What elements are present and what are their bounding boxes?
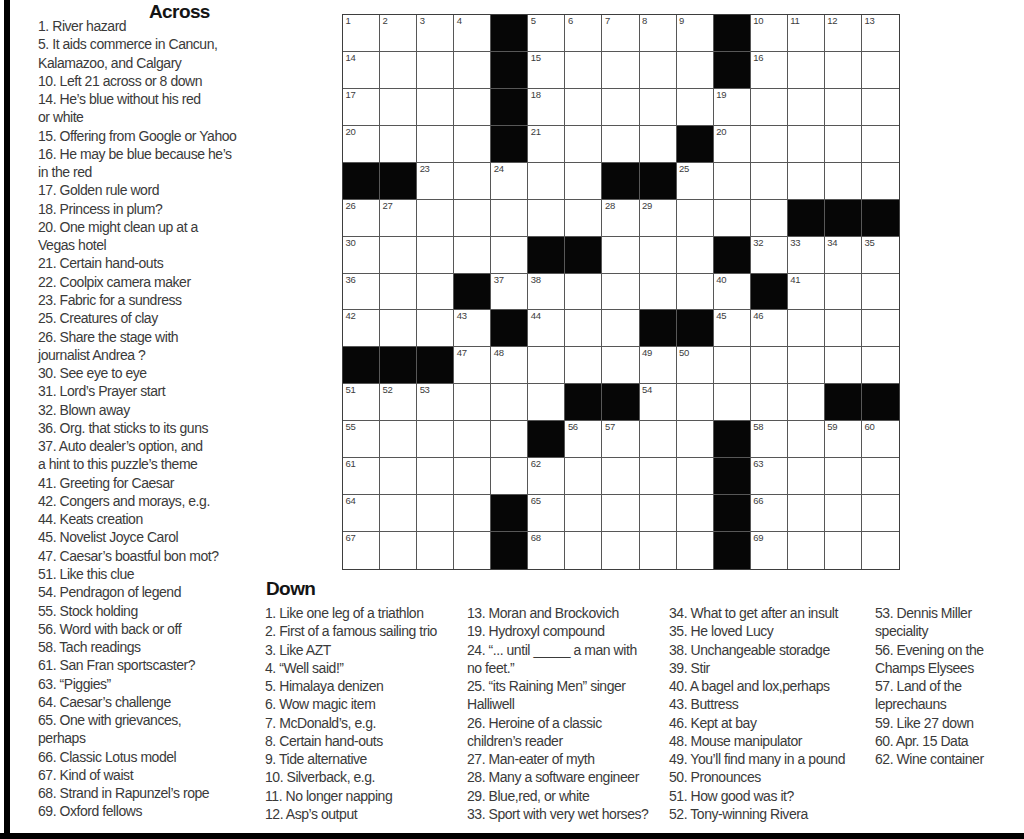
grid-cell[interactable] [825, 89, 862, 126]
grid-cell[interactable]: 21 [528, 126, 565, 163]
grid-cell-black [528, 421, 565, 458]
clue-line: 38. Unchangeable storadge [669, 641, 845, 659]
grid-cell[interactable]: 42 [343, 310, 380, 347]
clue-line: Vegas hotel [38, 236, 236, 254]
left-border-bar [4, 0, 10, 839]
grid-cell[interactable] [640, 237, 677, 274]
cell-number: 6 [568, 16, 573, 26]
grid-cell[interactable]: 11 [788, 15, 825, 52]
grid-cell[interactable]: 64 [343, 495, 380, 532]
grid-cell-black [491, 15, 528, 52]
grid-cell[interactable]: 27 [380, 200, 417, 237]
grid-cell[interactable]: 65 [528, 495, 565, 532]
clue-line: 56. Word with back or off [38, 620, 236, 638]
clue-line: 26. Heroine of a classic [467, 714, 648, 732]
grid-cell[interactable] [491, 237, 528, 274]
grid-cell[interactable]: 26 [343, 200, 380, 237]
grid-cell[interactable] [380, 421, 417, 458]
grid-cell[interactable] [862, 310, 899, 347]
clue-line: 21. Certain hand-outs [38, 254, 236, 272]
grid-cell[interactable] [565, 126, 602, 163]
grid-cell-black [380, 347, 417, 384]
clue-line: 34. What to get after an insult [669, 604, 845, 622]
grid-cell[interactable]: 34 [825, 237, 862, 274]
grid-cell[interactable] [862, 163, 899, 200]
grid-cell[interactable] [602, 52, 639, 89]
clue-line: 1. River hazard [38, 17, 236, 35]
grid-cell[interactable] [640, 458, 677, 495]
grid-cell[interactable] [714, 200, 751, 237]
cell-number: 59 [827, 422, 837, 432]
grid-cell[interactable] [862, 89, 899, 126]
grid-cell[interactable]: 60 [862, 421, 899, 458]
grid-cell[interactable] [714, 347, 751, 384]
grid-cell[interactable]: 46 [751, 310, 788, 347]
grid-cell[interactable]: 16 [751, 52, 788, 89]
grid-cell[interactable] [825, 52, 862, 89]
cell-number: 16 [753, 53, 763, 63]
grid-cell[interactable]: 20 [343, 126, 380, 163]
grid-cell[interactable] [862, 274, 899, 311]
grid-cell[interactable] [454, 52, 491, 89]
grid-cell[interactable] [788, 126, 825, 163]
grid-cell[interactable] [677, 200, 714, 237]
grid-cell[interactable] [454, 163, 491, 200]
grid-cell[interactable]: 32 [751, 237, 788, 274]
grid-cell[interactable] [862, 126, 899, 163]
cell-number: 19 [716, 90, 726, 100]
grid-cell[interactable]: 28 [602, 200, 639, 237]
grid-cell[interactable] [862, 532, 899, 569]
grid-cell-black [640, 163, 677, 200]
grid-cell[interactable]: 18 [528, 89, 565, 126]
grid-cell[interactable] [640, 89, 677, 126]
grid-cell[interactable]: 54 [640, 384, 677, 421]
grid-cell[interactable] [528, 384, 565, 421]
grid-cell[interactable]: 43 [454, 310, 491, 347]
clue-line: journalist Andrea ? [38, 346, 236, 364]
clue-line: 10. Left 21 across or 8 down [38, 72, 236, 90]
grid-cell[interactable] [825, 347, 862, 384]
grid-cell[interactable] [751, 126, 788, 163]
grid-cell[interactable]: 35 [862, 237, 899, 274]
grid-cell[interactable] [417, 274, 454, 311]
grid-cell[interactable] [788, 52, 825, 89]
grid-cell[interactable] [417, 310, 454, 347]
clue-line: 68. Strand in Rapunzel’s rope [38, 784, 236, 802]
clue-line: 60. Apr. 15 Data [875, 732, 984, 750]
grid-cell[interactable]: 45 [714, 310, 751, 347]
grid-cell[interactable] [380, 274, 417, 311]
grid-cell[interactable] [751, 347, 788, 384]
grid-cell[interactable]: 55 [343, 421, 380, 458]
clue-line: 57. Land of the [875, 677, 984, 695]
cell-number: 44 [531, 311, 541, 321]
cell-number: 2 [383, 16, 388, 26]
cell-number: 57 [605, 422, 615, 432]
grid-cell[interactable] [417, 126, 454, 163]
grid-cell[interactable] [380, 458, 417, 495]
grid-cell[interactable] [528, 347, 565, 384]
cell-number: 38 [531, 275, 541, 285]
grid-cell[interactable]: 17 [343, 89, 380, 126]
grid-cell[interactable] [825, 532, 862, 569]
grid-cell[interactable] [417, 458, 454, 495]
grid-cell[interactable] [602, 532, 639, 569]
grid-cell[interactable]: 13 [862, 15, 899, 52]
grid-cell[interactable] [380, 237, 417, 274]
grid-cell[interactable]: 58 [751, 421, 788, 458]
grid-cell[interactable] [788, 310, 825, 347]
cell-number: 13 [864, 16, 874, 26]
grid-cell[interactable] [454, 384, 491, 421]
grid-cell[interactable] [677, 52, 714, 89]
grid-cell[interactable]: 50 [677, 347, 714, 384]
grid-cell[interactable] [417, 532, 454, 569]
clue-line: 65. One with grievances, [38, 711, 236, 729]
grid-cell[interactable]: 1 [343, 15, 380, 52]
grid-cell[interactable]: 69 [751, 532, 788, 569]
cell-number: 3 [420, 16, 425, 26]
grid-cell[interactable]: 10 [751, 15, 788, 52]
grid-cell[interactable]: 20 [714, 126, 751, 163]
clue-line: 24. “... until _____ a man with [467, 641, 648, 659]
grid-cell[interactable] [677, 237, 714, 274]
clue-line: 7. McDonald’s, e.g. [265, 714, 437, 732]
grid-cell[interactable] [380, 126, 417, 163]
cell-number: 28 [605, 201, 615, 211]
cell-number: 58 [753, 422, 763, 432]
grid-cell[interactable] [862, 347, 899, 384]
clue-line: perhaps [38, 729, 236, 747]
clue-line: 47. Caesar’s boastful bon mot? [38, 547, 236, 565]
grid-cell-black [751, 274, 788, 311]
grid-cell[interactable] [751, 163, 788, 200]
grid-cell[interactable] [417, 89, 454, 126]
grid-cell[interactable] [677, 274, 714, 311]
grid-cell[interactable]: 7 [602, 15, 639, 52]
clue-line: Halliwell [467, 695, 648, 713]
grid-cell[interactable] [417, 200, 454, 237]
grid-cell[interactable]: 63 [751, 458, 788, 495]
grid-cell[interactable] [417, 52, 454, 89]
grid-cell[interactable] [602, 458, 639, 495]
grid-cell[interactable]: 9 [677, 15, 714, 52]
grid-cell[interactable]: 3 [417, 15, 454, 52]
grid-cell[interactable] [862, 52, 899, 89]
grid-cell[interactable]: 59 [825, 421, 862, 458]
clue-line: 25. Creatures of clay [38, 309, 236, 327]
grid-cell[interactable] [677, 532, 714, 569]
grid-cell[interactable] [417, 495, 454, 532]
grid-cell[interactable]: 33 [788, 237, 825, 274]
grid-cell-black [491, 495, 528, 532]
grid-cell[interactable]: 49 [640, 347, 677, 384]
grid-cell-black [677, 310, 714, 347]
grid-cell-black [380, 163, 417, 200]
grid-cell[interactable]: 67 [343, 532, 380, 569]
grid-cell-black [714, 458, 751, 495]
clue-line: 32. Blown away [38, 401, 236, 419]
grid-cell[interactable]: 12 [825, 15, 862, 52]
cell-number: 64 [346, 496, 356, 506]
grid-cell[interactable] [380, 495, 417, 532]
grid-cell[interactable] [454, 89, 491, 126]
grid-cell[interactable] [454, 237, 491, 274]
cell-number: 21 [531, 127, 541, 137]
grid-cell[interactable] [417, 237, 454, 274]
grid-cell[interactable] [491, 458, 528, 495]
cell-number: 43 [457, 311, 467, 321]
grid-cell[interactable]: 61 [343, 458, 380, 495]
cell-number: 8 [642, 16, 647, 26]
grid-cell[interactable]: 23 [417, 163, 454, 200]
clue-line: 58. Tach readings [38, 638, 236, 656]
grid-cell[interactable] [602, 274, 639, 311]
grid-cell[interactable]: 30 [343, 237, 380, 274]
grid-cell[interactable] [380, 89, 417, 126]
grid-cell[interactable]: 29 [640, 200, 677, 237]
clue-line: 49. You’ll find many in a pound [669, 750, 845, 768]
grid-cell[interactable] [602, 126, 639, 163]
clue-line: 42. Congers and morays, e.g. [38, 492, 236, 510]
grid-cell[interactable] [640, 532, 677, 569]
cell-number: 27 [383, 201, 393, 211]
clue-line: 30. See eye to eye [38, 364, 236, 382]
cell-number: 20 [346, 127, 356, 137]
grid-cell[interactable] [417, 421, 454, 458]
grid-cell[interactable] [640, 126, 677, 163]
grid-cell[interactable] [788, 495, 825, 532]
grid-cell[interactable] [565, 163, 602, 200]
grid-cell[interactable]: 38 [528, 274, 565, 311]
clue-line: 52. Tony-winning Rivera [669, 805, 845, 823]
clue-line: 56. Evening on the [875, 641, 984, 659]
clue-line: 25. “its Raining Men” singer [467, 677, 648, 695]
grid-cell[interactable] [677, 421, 714, 458]
grid-cell[interactable] [788, 532, 825, 569]
grid-cell[interactable]: 5 [528, 15, 565, 52]
grid-cell-black [862, 200, 899, 237]
grid-cell[interactable] [565, 52, 602, 89]
grid-cell[interactable] [602, 347, 639, 384]
cell-number: 69 [753, 533, 763, 543]
grid-cell[interactable] [565, 310, 602, 347]
clue-line: 10. Silverback, e.g. [265, 768, 437, 786]
clue-line: a hint to this puzzle’s theme [38, 455, 236, 473]
grid-cell[interactable]: 68 [528, 532, 565, 569]
cell-number: 35 [864, 238, 874, 248]
grid-cell[interactable]: 14 [343, 52, 380, 89]
grid-cell[interactable] [454, 421, 491, 458]
clue-line: 5. Himalaya denizen [265, 677, 437, 695]
grid-cell[interactable]: 57 [602, 421, 639, 458]
grid-cell-black [417, 347, 454, 384]
grid-cell[interactable] [565, 89, 602, 126]
grid-cell[interactable] [454, 126, 491, 163]
grid-cell[interactable]: 24 [491, 163, 528, 200]
clue-line: 50. Pronounces [669, 768, 845, 786]
grid-cell[interactable] [862, 495, 899, 532]
grid-cell[interactable] [491, 384, 528, 421]
grid-cell[interactable]: 2 [380, 15, 417, 52]
grid-cell[interactable] [602, 495, 639, 532]
grid-cell[interactable] [380, 52, 417, 89]
grid-cell-black [343, 163, 380, 200]
grid-cell[interactable] [751, 384, 788, 421]
cell-number: 18 [531, 90, 541, 100]
grid-cell[interactable] [602, 237, 639, 274]
clue-line: 67. Kind of waist [38, 766, 236, 784]
grid-cell[interactable] [788, 163, 825, 200]
down-clue-column-3: 34. What to get after an insult35. He lo… [669, 604, 845, 823]
grid-cell[interactable] [788, 347, 825, 384]
grid-cell[interactable] [491, 421, 528, 458]
grid-cell[interactable]: 47 [454, 347, 491, 384]
grid-cell[interactable] [714, 384, 751, 421]
grid-cell[interactable]: 44 [528, 310, 565, 347]
grid-cell[interactable] [825, 458, 862, 495]
grid-cell-black [602, 384, 639, 421]
cell-number: 66 [753, 496, 763, 506]
grid-cell[interactable] [788, 89, 825, 126]
clue-line: 13. Moran and Brockovich [467, 604, 648, 622]
grid-cell[interactable]: 36 [343, 274, 380, 311]
grid-cell[interactable] [380, 532, 417, 569]
grid-cell[interactable] [528, 163, 565, 200]
grid-cell[interactable] [677, 384, 714, 421]
grid-cell[interactable] [565, 532, 602, 569]
grid-cell[interactable]: 4 [454, 15, 491, 52]
cell-number: 17 [346, 90, 356, 100]
clue-line: 5. It aids commerce in Cancun, [38, 35, 236, 53]
grid-cell[interactable] [565, 274, 602, 311]
clue-line: 8. Certain hand-outs [265, 732, 437, 750]
crossword-grid: 1234567891011121314151617181920212023242… [342, 14, 900, 570]
grid-cell[interactable]: 15 [528, 52, 565, 89]
grid-cell[interactable] [677, 458, 714, 495]
down-clue-column-4: 53. Dennis Millerspeciality56. Evening o… [875, 604, 984, 768]
grid-cell[interactable] [602, 89, 639, 126]
cell-number: 56 [568, 422, 578, 432]
clue-line: 40. A bagel and lox,perhaps [669, 677, 845, 695]
grid-cell[interactable] [788, 421, 825, 458]
grid-cell[interactable] [751, 89, 788, 126]
grid-cell[interactable] [788, 458, 825, 495]
grid-cell[interactable] [565, 200, 602, 237]
cell-number: 24 [494, 164, 504, 174]
grid-cell[interactable] [454, 495, 491, 532]
cell-number: 26 [346, 201, 356, 211]
clue-line: 51. How good was it? [669, 787, 845, 805]
grid-cell[interactable] [565, 495, 602, 532]
grid-cell[interactable] [640, 274, 677, 311]
cell-number: 47 [457, 348, 467, 358]
grid-cell[interactable] [380, 310, 417, 347]
grid-cell[interactable] [825, 495, 862, 532]
grid-cell[interactable] [528, 200, 565, 237]
grid-cell-black [714, 532, 751, 569]
grid-cell[interactable]: 56 [565, 421, 602, 458]
grid-cell[interactable]: 37 [491, 274, 528, 311]
cell-number: 40 [716, 275, 726, 285]
clue-line: 33. Sport with very wet horses? [467, 805, 648, 823]
cell-number: 15 [531, 53, 541, 63]
grid-cell-black [788, 200, 825, 237]
cell-number: 67 [346, 533, 356, 543]
grid-cell[interactable]: 62 [528, 458, 565, 495]
grid-cell[interactable]: 8 [640, 15, 677, 52]
clue-line: 35. He loved Lucy [669, 622, 845, 640]
grid-cell[interactable]: 25 [677, 163, 714, 200]
grid-cell[interactable]: 53 [417, 384, 454, 421]
clue-line: 22. Coolpix camera maker [38, 273, 236, 291]
cell-number: 42 [346, 311, 356, 321]
grid-cell[interactable]: 19 [714, 89, 751, 126]
clue-line: 41. Greeting for Caesar [38, 474, 236, 492]
grid-cell-black [714, 52, 751, 89]
grid-cell[interactable] [825, 274, 862, 311]
grid-cell[interactable] [677, 495, 714, 532]
grid-cell[interactable] [640, 52, 677, 89]
across-clue-list: 1. River hazard5. It aids commerce in Ca… [38, 17, 236, 821]
grid-cell[interactable]: 41 [788, 274, 825, 311]
grid-cell-black [491, 310, 528, 347]
grid-cell[interactable] [454, 200, 491, 237]
cell-number: 14 [346, 53, 356, 63]
grid-cell[interactable]: 40 [714, 274, 751, 311]
grid-cell[interactable] [825, 163, 862, 200]
grid-cell[interactable] [565, 347, 602, 384]
grid-cell[interactable]: 6 [565, 15, 602, 52]
clue-line: 31. Lord’s Prayer start [38, 382, 236, 400]
cell-number: 12 [827, 16, 837, 26]
grid-cell[interactable]: 66 [751, 495, 788, 532]
grid-cell[interactable]: 51 [343, 384, 380, 421]
grid-cell[interactable] [751, 200, 788, 237]
grid-cell-black [677, 126, 714, 163]
clue-line: 69. Oxford fellows [38, 802, 236, 820]
grid-cell[interactable] [640, 421, 677, 458]
grid-cell[interactable] [454, 532, 491, 569]
grid-cell[interactable] [825, 310, 862, 347]
clue-line: 37. Auto dealer’s option, and [38, 437, 236, 455]
clue-line: 44. Keats creation [38, 510, 236, 528]
grid-cell[interactable] [640, 495, 677, 532]
grid-cell[interactable] [491, 200, 528, 237]
clue-line: 20. One might clean up at a [38, 218, 236, 236]
grid-cell[interactable] [862, 458, 899, 495]
grid-cell[interactable] [825, 126, 862, 163]
grid-cell-black [491, 52, 528, 89]
clue-line: 64. Caesar’s challenge [38, 693, 236, 711]
clue-line: 66. Classic Lotus model [38, 748, 236, 766]
grid-cell-black [602, 163, 639, 200]
grid-cell[interactable] [677, 89, 714, 126]
grid-cell[interactable] [714, 163, 751, 200]
grid-cell[interactable] [454, 458, 491, 495]
clue-line: 18. Princess in plum? [38, 200, 236, 218]
grid-cell[interactable] [602, 310, 639, 347]
grid-cell-black [825, 384, 862, 421]
down-clue-column-1: 1. Like one leg of a triathlon2. First o… [265, 604, 437, 823]
cell-number: 23 [420, 164, 430, 174]
grid-cell[interactable]: 52 [380, 384, 417, 421]
grid-cell[interactable] [565, 458, 602, 495]
grid-cell[interactable]: 48 [491, 347, 528, 384]
grid-cell-black [454, 274, 491, 311]
grid-cell[interactable] [788, 384, 825, 421]
